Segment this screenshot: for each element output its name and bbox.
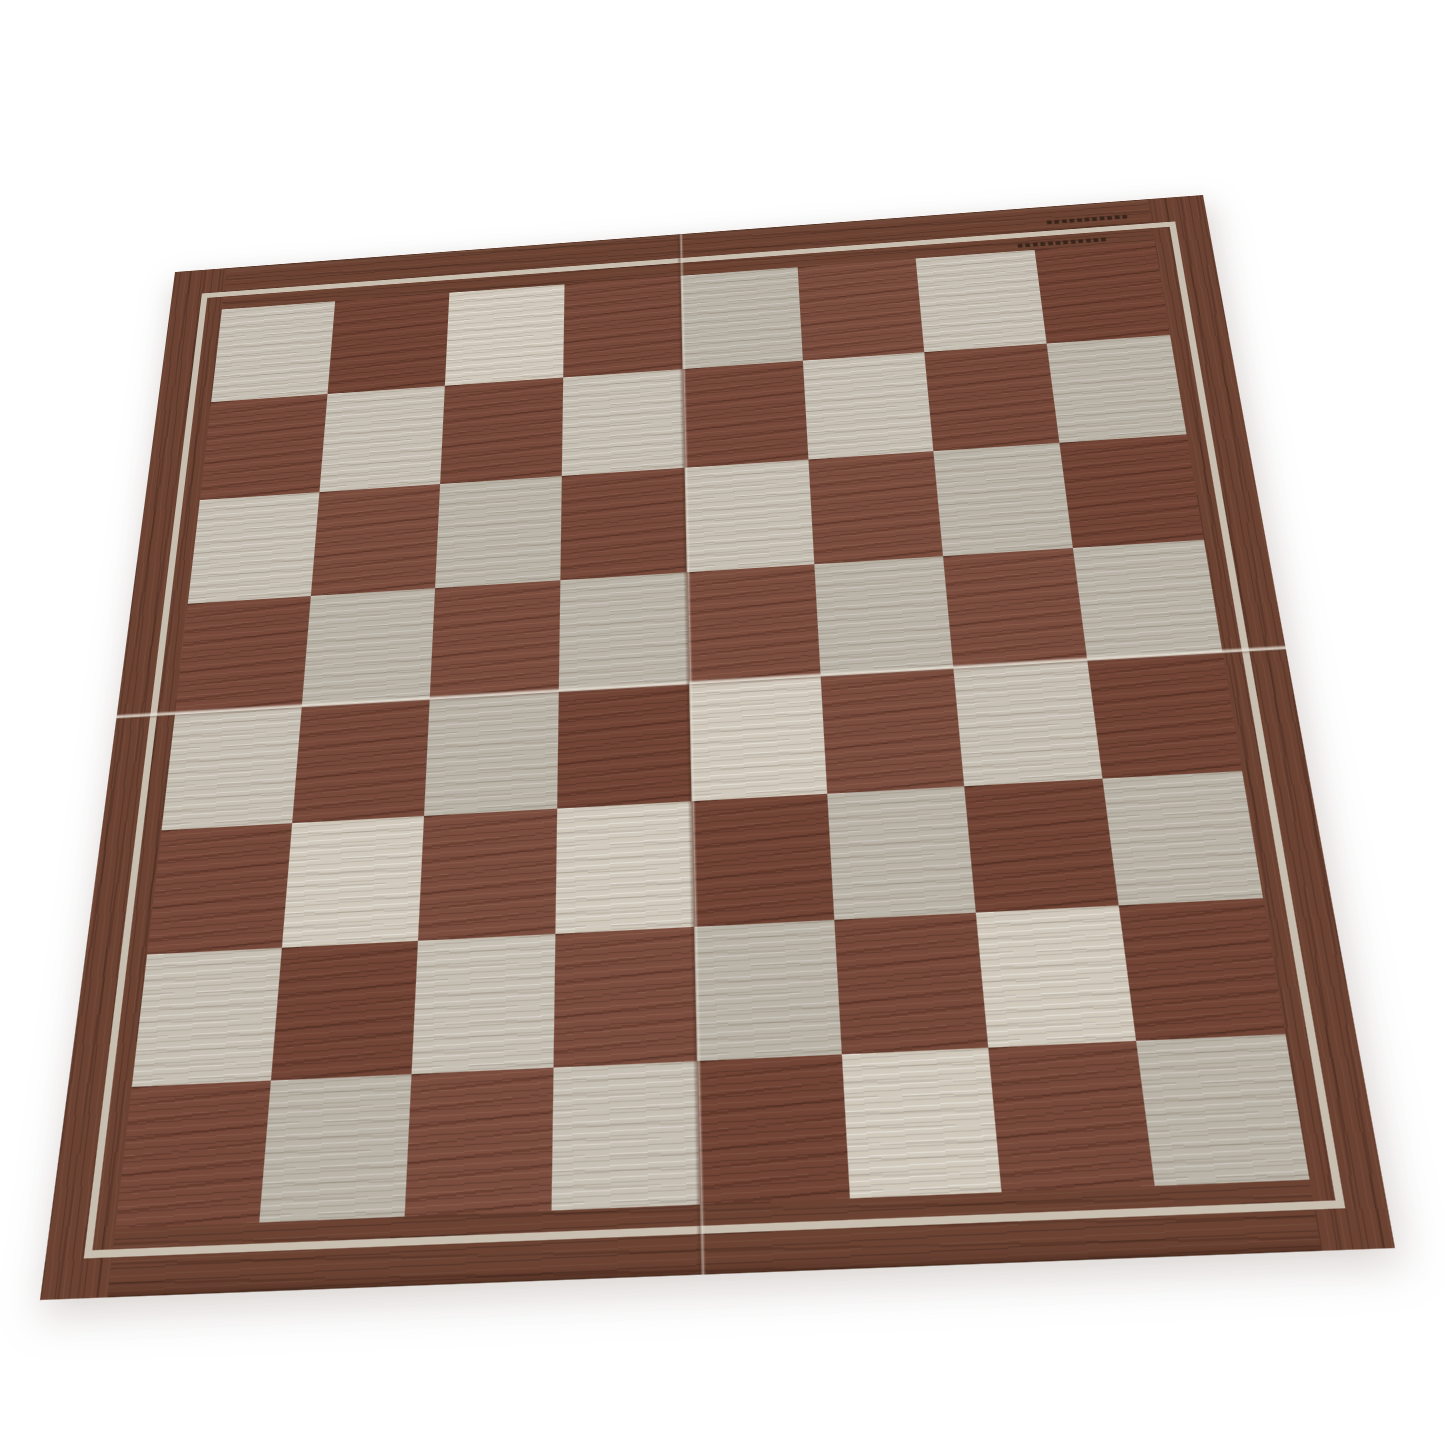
square-c2 bbox=[412, 934, 556, 1074]
square-d2 bbox=[554, 927, 697, 1068]
square-b8 bbox=[328, 293, 450, 394]
square-c5 bbox=[430, 580, 561, 698]
photo-background: ▪▪▪▪▪▪▪▪▪▪▪ ▪▪▪▪▪▪▪▪▪▪▪▪ bbox=[0, 0, 1445, 1445]
square-e4 bbox=[689, 676, 827, 802]
square-d5 bbox=[559, 572, 689, 691]
square-f4 bbox=[821, 668, 965, 794]
square-a3 bbox=[147, 823, 292, 954]
squares-grid bbox=[115, 241, 1309, 1228]
square-b7 bbox=[319, 386, 444, 492]
square-g6 bbox=[933, 443, 1073, 556]
square-b1 bbox=[259, 1074, 411, 1222]
square-f8 bbox=[798, 259, 925, 361]
square-e7 bbox=[683, 361, 809, 468]
square-b5 bbox=[302, 588, 435, 706]
square-h1 bbox=[1136, 1034, 1309, 1186]
corner-print-line-1: ▪▪▪▪▪▪▪▪▪▪▪ bbox=[1045, 212, 1129, 226]
square-e2 bbox=[694, 920, 842, 1061]
square-e6 bbox=[685, 460, 815, 573]
square-f3 bbox=[827, 786, 976, 920]
square-h7 bbox=[1047, 335, 1187, 443]
square-a5 bbox=[175, 596, 311, 714]
square-a6 bbox=[188, 492, 320, 604]
square-f1 bbox=[842, 1048, 1002, 1199]
square-a7 bbox=[200, 394, 328, 500]
square-f7 bbox=[803, 352, 933, 459]
square-e3 bbox=[692, 794, 835, 927]
square-a4 bbox=[161, 706, 301, 830]
square-f2 bbox=[834, 913, 988, 1055]
square-c8 bbox=[445, 284, 565, 385]
square-h8 bbox=[1035, 241, 1170, 344]
square-h5 bbox=[1073, 540, 1223, 660]
square-b3 bbox=[282, 816, 424, 948]
square-d8 bbox=[563, 276, 682, 378]
square-g5 bbox=[943, 548, 1087, 668]
square-g4 bbox=[953, 660, 1102, 787]
square-e5 bbox=[687, 564, 821, 683]
square-f6 bbox=[808, 451, 943, 564]
square-a8 bbox=[211, 301, 335, 402]
square-c1 bbox=[405, 1068, 554, 1217]
square-h2 bbox=[1119, 898, 1286, 1041]
square-d6 bbox=[560, 468, 686, 581]
square-d3 bbox=[555, 801, 694, 934]
square-b2 bbox=[271, 941, 418, 1081]
square-e1 bbox=[697, 1054, 850, 1204]
square-e8 bbox=[681, 267, 803, 369]
square-d7 bbox=[562, 369, 685, 476]
square-d4 bbox=[557, 683, 691, 808]
square-b6 bbox=[311, 484, 440, 596]
square-g8 bbox=[916, 250, 1047, 352]
square-d1 bbox=[552, 1061, 700, 1211]
square-g3 bbox=[964, 779, 1119, 913]
square-c4 bbox=[424, 691, 559, 816]
square-g1 bbox=[988, 1041, 1154, 1192]
square-g2 bbox=[976, 905, 1136, 1047]
square-g7 bbox=[924, 344, 1059, 452]
square-a2 bbox=[132, 948, 282, 1087]
square-c6 bbox=[435, 476, 562, 588]
square-a1 bbox=[115, 1081, 271, 1229]
chessboard: ▪▪▪▪▪▪▪▪▪▪▪ ▪▪▪▪▪▪▪▪▪▪▪▪ bbox=[40, 195, 1395, 1300]
square-h4 bbox=[1087, 652, 1242, 779]
square-c7 bbox=[440, 377, 563, 484]
square-f5 bbox=[814, 556, 953, 675]
square-h3 bbox=[1102, 771, 1263, 905]
square-h6 bbox=[1059, 434, 1204, 548]
square-b4 bbox=[292, 699, 430, 824]
square-c3 bbox=[418, 809, 557, 941]
